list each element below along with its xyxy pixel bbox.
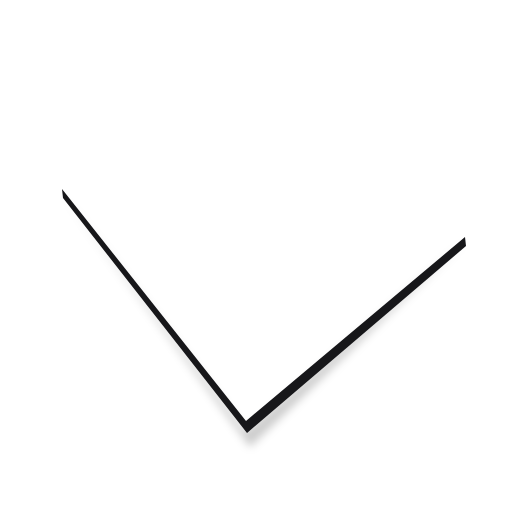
frame-side-face [62,189,466,433]
carrom-photo-stage [0,0,527,527]
board-shadow-and-side [0,0,527,527]
